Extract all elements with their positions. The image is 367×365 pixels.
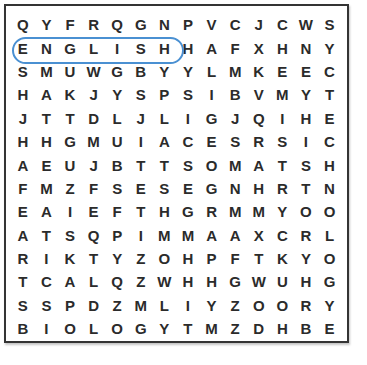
grid-cell-r14c2[interactable]: I (35, 317, 59, 340)
grid-cell-r7c14[interactable]: H (318, 153, 342, 176)
grid-cell-r4c13[interactable]: Y (294, 83, 318, 106)
grid-cell-r1c8[interactable]: P (176, 13, 200, 36)
grid-cell-r7c2[interactable]: E (35, 153, 59, 176)
grid-cell-r7c4[interactable]: J (82, 153, 106, 176)
grid-cell-r10c11[interactable]: X (247, 224, 271, 247)
grid-cell-r9c7[interactable]: H (153, 200, 177, 223)
grid-cell-r6c12[interactable]: S (271, 130, 295, 153)
grid-cell-r12c8[interactable]: H (176, 270, 200, 293)
grid-cell-r13c1[interactable]: S (11, 294, 35, 317)
grid-cell-r3c8[interactable]: Y (176, 60, 200, 83)
grid-cell-r3c11[interactable]: K (247, 60, 271, 83)
grid-cell-r7c6[interactable]: T (129, 153, 153, 176)
grid-cell-r1c1[interactable]: Q (11, 13, 35, 36)
grid-cell-r10c13[interactable]: R (294, 224, 318, 247)
grid-cell-r11c13[interactable]: Y (294, 247, 318, 270)
grid-cell-r4c8[interactable]: S (176, 83, 200, 106)
grid-cell-r12c9[interactable]: H (200, 270, 224, 293)
grid-cell-r2c12[interactable]: H (271, 36, 295, 59)
grid-cell-r10c8[interactable]: M (176, 224, 200, 247)
grid-cell-r10c5[interactable]: P (105, 224, 129, 247)
grid-cell-r12c13[interactable]: H (294, 270, 318, 293)
grid-cell-r12c1[interactable]: T (11, 270, 35, 293)
grid-cell-r3c4[interactable]: W (82, 60, 106, 83)
grid-cell-r4c3[interactable]: K (58, 83, 82, 106)
grid-cell-r2c3[interactable]: G (58, 36, 82, 59)
grid-cell-r7c8[interactable]: S (176, 153, 200, 176)
grid-cell-r4c4[interactable]: J (82, 83, 106, 106)
grid-cell-r12c2[interactable]: C (35, 270, 59, 293)
grid-cell-r3c14[interactable]: C (318, 60, 342, 83)
grid-cell-r11c1[interactable]: R (11, 247, 35, 270)
grid-cell-r6c9[interactable]: E (200, 130, 224, 153)
grid-cell-r9c12[interactable]: Y (271, 200, 295, 223)
grid-cell-r5c14[interactable]: E (318, 107, 342, 130)
grid-cell-r10c1[interactable]: A (11, 224, 35, 247)
grid-cell-r2c14[interactable]: Y (318, 36, 342, 59)
grid-cell-r14c10[interactable]: Z (223, 317, 247, 340)
grid-cell-r10c9[interactable]: A (200, 224, 224, 247)
grid-cell-r5c3[interactable]: T (58, 107, 82, 130)
grid-cell-r1c3[interactable]: F (58, 13, 82, 36)
grid-cell-r5c2[interactable]: T (35, 107, 59, 130)
grid-cell-r1c4[interactable]: R (82, 13, 106, 36)
grid-cell-r13c11[interactable]: O (247, 294, 271, 317)
grid-cell-r3c10[interactable]: M (223, 60, 247, 83)
grid-cell-r4c10[interactable]: B (223, 83, 247, 106)
grid-cell-r11c14[interactable]: O (318, 247, 342, 270)
grid-cell-r3c9[interactable]: L (200, 60, 224, 83)
grid-cell-r3c3[interactable]: U (58, 60, 82, 83)
grid-cell-r13c12[interactable]: O (271, 294, 295, 317)
grid-cell-r12c14[interactable]: G (318, 270, 342, 293)
grid-cell-r3c1[interactable]: S (11, 60, 35, 83)
grid-cell-r5c12[interactable]: I (271, 107, 295, 130)
grid-cell-r13c4[interactable]: D (82, 294, 106, 317)
grid-cell-r8c3[interactable]: Z (58, 177, 82, 200)
grid-cell-r8c7[interactable]: S (153, 177, 177, 200)
grid-cell-r11c10[interactable]: F (223, 247, 247, 270)
grid-cell-r13c10[interactable]: Z (223, 294, 247, 317)
grid-cell-r8c5[interactable]: S (105, 177, 129, 200)
grid-cell-r1c6[interactable]: G (129, 13, 153, 36)
grid-cell-r5c7[interactable]: L (153, 107, 177, 130)
grid-cell-r2c4[interactable]: L (82, 36, 106, 59)
grid-cell-r11c7[interactable]: O (153, 247, 177, 270)
grid-cell-r7c3[interactable]: U (58, 153, 82, 176)
grid-cell-r8c9[interactable]: G (200, 177, 224, 200)
grid-cell-r6c10[interactable]: S (223, 130, 247, 153)
grid-cell-r1c11[interactable]: J (247, 13, 271, 36)
grid-cell-r8c11[interactable]: H (247, 177, 271, 200)
grid-cell-r4c12[interactable]: M (271, 83, 295, 106)
grid-cell-r11c5[interactable]: Y (105, 247, 129, 270)
grid-cell-r14c5[interactable]: O (105, 317, 129, 340)
grid-cell-r14c12[interactable]: H (271, 317, 295, 340)
grid-cell-r1c2[interactable]: Y (35, 13, 59, 36)
grid-cell-r4c14[interactable]: T (318, 83, 342, 106)
grid-cell-r12c12[interactable]: U (271, 270, 295, 293)
grid-cell-r13c8[interactable]: I (176, 294, 200, 317)
grid-cell-r13c3[interactable]: P (58, 294, 82, 317)
grid-cell-r13c13[interactable]: R (294, 294, 318, 317)
grid-cell-r6c4[interactable]: M (82, 130, 106, 153)
grid-cell-r1c9[interactable]: V (200, 13, 224, 36)
grid-cell-r7c5[interactable]: B (105, 153, 129, 176)
grid-cell-r4c6[interactable]: S (129, 83, 153, 106)
grid-cell-r3c12[interactable]: E (271, 60, 295, 83)
grid-cell-r3c5[interactable]: G (105, 60, 129, 83)
grid-cell-r7c9[interactable]: O (200, 153, 224, 176)
grid-cell-r10c4[interactable]: Q (82, 224, 106, 247)
grid-cell-r10c12[interactable]: C (271, 224, 295, 247)
grid-cell-r11c3[interactable]: K (58, 247, 82, 270)
grid-cell-r3c6[interactable]: B (129, 60, 153, 83)
grid-cell-r6c7[interactable]: A (153, 130, 177, 153)
grid-cell-r3c7[interactable]: Y (153, 60, 177, 83)
grid-cell-r8c14[interactable]: N (318, 177, 342, 200)
grid-cell-r2c1[interactable]: E (11, 36, 35, 59)
grid-cell-r4c9[interactable]: I (200, 83, 224, 106)
grid-cell-r3c13[interactable]: E (294, 60, 318, 83)
grid-cell-r13c9[interactable]: Y (200, 294, 224, 317)
grid-cell-r12c4[interactable]: L (82, 270, 106, 293)
grid-cell-r11c8[interactable]: H (176, 247, 200, 270)
grid-cell-r2c8[interactable]: H (176, 36, 200, 59)
grid-cell-r10c10[interactable]: A (223, 224, 247, 247)
grid-cell-r4c1[interactable]: H (11, 83, 35, 106)
grid-cell-r6c2[interactable]: H (35, 130, 59, 153)
grid-cell-r9c10[interactable]: M (223, 200, 247, 223)
grid-cell-r12c3[interactable]: A (58, 270, 82, 293)
grid-cell-r9c4[interactable]: E (82, 200, 106, 223)
grid-cell-r13c7[interactable]: L (153, 294, 177, 317)
grid-cell-r2c2[interactable]: N (35, 36, 59, 59)
grid-cell-r2c9[interactable]: A (200, 36, 224, 59)
grid-cell-r9c5[interactable]: F (105, 200, 129, 223)
grid-cell-r14c11[interactable]: D (247, 317, 271, 340)
grid-cell-r9c6[interactable]: T (129, 200, 153, 223)
grid-cell-r8c4[interactable]: F (82, 177, 106, 200)
grid-cell-r12c5[interactable]: Q (105, 270, 129, 293)
grid-cell-r14c8[interactable]: T (176, 317, 200, 340)
grid-cell-r14c1[interactable]: B (11, 317, 35, 340)
grid-cell-r9c11[interactable]: M (247, 200, 271, 223)
grid-cell-r5c8[interactable]: I (176, 107, 200, 130)
grid-cell-r4c7[interactable]: P (153, 83, 177, 106)
grid-cell-r1c10[interactable]: C (223, 13, 247, 36)
grid-cell-r9c8[interactable]: G (176, 200, 200, 223)
grid-cell-r2c10[interactable]: F (223, 36, 247, 59)
grid-cell-r12c6[interactable]: Z (129, 270, 153, 293)
grid-cell-r8c13[interactable]: T (294, 177, 318, 200)
word-search-board: QYFRQGNPVCJCWSENGLISHHAFXHNYSMUWGBYYLMKE… (4, 4, 349, 343)
grid-cell-r10c2[interactable]: T (35, 224, 59, 247)
grid-cell-r5c4[interactable]: D (82, 107, 106, 130)
grid-cell-r6c1[interactable]: H (11, 130, 35, 153)
grid-cell-r14c3[interactable]: O (58, 317, 82, 340)
grid-cell-r11c9[interactable]: P (200, 247, 224, 270)
grid-cell-r7c13[interactable]: S (294, 153, 318, 176)
grid-cell-r6c13[interactable]: I (294, 130, 318, 153)
grid-cell-r5c11[interactable]: Q (247, 107, 271, 130)
grid-cell-r10c7[interactable]: M (153, 224, 177, 247)
grid-cell-r8c10[interactable]: N (223, 177, 247, 200)
grid-cell-r10c6[interactable]: I (129, 224, 153, 247)
grid-cell-r8c6[interactable]: E (129, 177, 153, 200)
grid-cell-r3c2[interactable]: M (35, 60, 59, 83)
grid-cell-r2c13[interactable]: N (294, 36, 318, 59)
grid-cell-r4c2[interactable]: A (35, 83, 59, 106)
grid-cell-r1c13[interactable]: W (294, 13, 318, 36)
grid-cell-r8c1[interactable]: F (11, 177, 35, 200)
grid-cell-r8c12[interactable]: R (271, 177, 295, 200)
grid-cell-r11c11[interactable]: T (247, 247, 271, 270)
grid-cell-r14c4[interactable]: L (82, 317, 106, 340)
grid-cell-r8c2[interactable]: M (35, 177, 59, 200)
grid-cell-r6c11[interactable]: R (247, 130, 271, 153)
grid-cell-r1c5[interactable]: Q (105, 13, 129, 36)
grid-cell-r11c6[interactable]: Z (129, 247, 153, 270)
grid-cell-r7c12[interactable]: T (271, 153, 295, 176)
grid-cell-r1c7[interactable]: N (153, 13, 177, 36)
grid-cell-r6c3[interactable]: G (58, 130, 82, 153)
grid-cell-r13c14[interactable]: Y (318, 294, 342, 317)
grid-cell-r14c14[interactable]: E (318, 317, 342, 340)
grid-cell-r7c7[interactable]: T (153, 153, 177, 176)
grid-cell-r11c2[interactable]: I (35, 247, 59, 270)
grid-cell-r14c7[interactable]: Y (153, 317, 177, 340)
grid-cell-r6c14[interactable]: C (318, 130, 342, 153)
grid-cell-r13c5[interactable]: Z (105, 294, 129, 317)
grid-cell-r10c14[interactable]: L (318, 224, 342, 247)
grid-cell-r14c9[interactable]: M (200, 317, 224, 340)
grid-cell-r9c3[interactable]: I (58, 200, 82, 223)
grid-cell-r5c9[interactable]: G (200, 107, 224, 130)
grid-cell-r11c12[interactable]: K (271, 247, 295, 270)
grid-cell-r7c1[interactable]: A (11, 153, 35, 176)
grid-cell-r2c6[interactable]: S (129, 36, 153, 59)
grid-cell-r12c11[interactable]: W (247, 270, 271, 293)
grid-cell-r13c2[interactable]: S (35, 294, 59, 317)
grid-cell-r4c5[interactable]: Y (105, 83, 129, 106)
grid-cell-r2c5[interactable]: I (105, 36, 129, 59)
grid-cell-r9c2[interactable]: A (35, 200, 59, 223)
grid-cell-r6c8[interactable]: C (176, 130, 200, 153)
grid-cell-r11c4[interactable]: T (82, 247, 106, 270)
grid-cell-r5c5[interactable]: L (105, 107, 129, 130)
grid-cell-r1c14[interactable]: S (318, 13, 342, 36)
letter-grid: QYFRQGNPVCJCWSENGLISHHAFXHNYSMUWGBYYLMKE… (11, 13, 341, 340)
grid-cell-r12c10[interactable]: G (223, 270, 247, 293)
grid-cell-r9c9[interactable]: R (200, 200, 224, 223)
grid-cell-r2c7[interactable]: H (153, 36, 177, 59)
grid-cell-r5c6[interactable]: J (129, 107, 153, 130)
grid-cell-r9c14[interactable]: O (318, 200, 342, 223)
grid-cell-r7c10[interactable]: M (223, 153, 247, 176)
grid-cell-r12c7[interactable]: W (153, 270, 177, 293)
grid-cell-r14c6[interactable]: G (129, 317, 153, 340)
word-search-page: QYFRQGNPVCJCWSENGLISHHAFXHNYSMUWGBYYLMKE… (0, 0, 367, 365)
grid-cell-r13c6[interactable]: M (129, 294, 153, 317)
grid-cell-r10c3[interactable]: S (58, 224, 82, 247)
grid-cell-r6c5[interactable]: U (105, 130, 129, 153)
grid-cell-r8c8[interactable]: E (176, 177, 200, 200)
grid-cell-r1c12[interactable]: C (271, 13, 295, 36)
grid-cell-r9c1[interactable]: E (11, 200, 35, 223)
grid-cell-r5c1[interactable]: J (11, 107, 35, 130)
grid-cell-r14c13[interactable]: B (294, 317, 318, 340)
grid-cell-r2c11[interactable]: X (247, 36, 271, 59)
grid-cell-r9c13[interactable]: O (294, 200, 318, 223)
grid-cell-r5c13[interactable]: H (294, 107, 318, 130)
grid-cell-r4c11[interactable]: V (247, 83, 271, 106)
grid-cell-r6c6[interactable]: I (129, 130, 153, 153)
grid-cell-r7c11[interactable]: A (247, 153, 271, 176)
grid-cell-r5c10[interactable]: J (223, 107, 247, 130)
